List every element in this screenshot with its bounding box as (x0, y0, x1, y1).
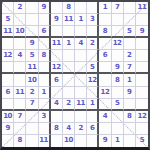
given-digit: 10 (28, 77, 37, 84)
cell-r4c3[interactable]: 9 (26, 38, 38, 50)
cell-r4c5[interactable]: 11 (51, 38, 63, 50)
given-digit: 9 (115, 64, 119, 71)
given-digit: 8 (41, 52, 45, 59)
given-digit: 10 (64, 137, 73, 144)
cell-r8c8[interactable] (87, 87, 99, 99)
cell-r8c1[interactable]: 6 (2, 87, 14, 99)
cell-r9c1[interactable] (2, 99, 14, 111)
cell-r3c4[interactable]: 6 (39, 26, 51, 38)
cell-r7c2[interactable] (14, 74, 26, 86)
given-digit: 1 (127, 77, 131, 84)
cell-r10c9[interactable]: 4 (99, 111, 111, 123)
cell-r2c7[interactable]: 1 (75, 14, 87, 26)
cell-r9c10[interactable]: 5 (112, 99, 124, 111)
cell-r5c8[interactable] (87, 50, 99, 62)
cell-r7c5[interactable]: 6 (51, 74, 63, 86)
given-digit: 9 (41, 4, 45, 11)
cell-r7c11[interactable]: 1 (124, 74, 136, 86)
cell-r12c1[interactable] (2, 135, 14, 147)
cell-r2c1[interactable]: 5 (2, 14, 14, 26)
given-digit: 1 (78, 16, 82, 23)
cell-r10c12[interactable]: 12 (136, 111, 148, 123)
cell-r12c5[interactable] (51, 135, 63, 147)
given-digit: 6 (103, 52, 107, 59)
cell-r6c7[interactable] (75, 62, 87, 74)
cell-r12c9[interactable]: 9 (99, 135, 111, 147)
cell-r11c5[interactable]: 8 (51, 123, 63, 135)
cell-r4c7[interactable]: 4 (75, 38, 87, 50)
cell-r9c9[interactable] (99, 99, 111, 111)
given-digit: 6 (41, 28, 45, 35)
given-digit: 2 (66, 100, 70, 107)
cell-r1c9[interactable]: 1 (99, 2, 111, 14)
given-digit: 12 (88, 77, 97, 84)
cell-r3c1[interactable]: 11 (2, 26, 14, 38)
cell-r3c8[interactable] (87, 26, 99, 38)
cell-r5c1[interactable]: 12 (2, 50, 14, 62)
given-digit: 5 (90, 64, 94, 71)
given-digit: 3 (41, 113, 45, 120)
cell-r8c10[interactable] (112, 87, 124, 99)
given-digit: 6 (54, 77, 58, 84)
cell-r10c11[interactable]: 8 (124, 111, 136, 123)
cell-r5c12[interactable] (136, 50, 148, 62)
given-digit: 5 (30, 52, 34, 59)
cell-r6c1[interactable] (2, 62, 14, 74)
given-digit: 9 (103, 137, 107, 144)
cell-r1c8[interactable] (87, 2, 99, 14)
cell-r10c8[interactable] (87, 111, 99, 123)
cell-r11c4[interactable] (39, 123, 51, 135)
cell-r11c9[interactable] (99, 123, 111, 135)
cell-r3c11[interactable]: 5 (124, 26, 136, 38)
cell-r10c6[interactable] (63, 111, 75, 123)
cell-r5c9[interactable]: 6 (99, 50, 111, 62)
given-digit: 11 (76, 100, 85, 107)
given-digit: 5 (115, 100, 119, 107)
cell-r11c6[interactable]: 4 (63, 123, 75, 135)
cell-r4c12[interactable] (136, 38, 148, 50)
given-digit: 4 (18, 52, 22, 59)
cell-r10c1[interactable]: 10 (2, 111, 14, 123)
cell-r1c2[interactable]: 2 (14, 2, 26, 14)
cell-r9c3[interactable]: 7 (26, 99, 38, 111)
cell-r6c11[interactable]: 7 (124, 62, 136, 74)
cell-r2c12[interactable] (136, 14, 148, 26)
cell-r11c11[interactable] (124, 123, 136, 135)
cell-r10c4[interactable]: 3 (39, 111, 51, 123)
cell-r1c4[interactable]: 9 (39, 2, 51, 14)
given-digit: 8 (18, 137, 22, 144)
given-digit: 4 (54, 100, 58, 107)
given-digit: 2 (90, 40, 94, 47)
given-digit: 9 (127, 89, 131, 96)
cell-r1c7[interactable] (75, 2, 87, 14)
given-digit: 12 (3, 52, 12, 59)
given-digit: 4 (66, 125, 70, 132)
cell-r3c3[interactable] (26, 26, 38, 38)
given-digit: 1 (41, 89, 45, 96)
cell-r4c2[interactable] (14, 38, 26, 50)
cell-r12c2[interactable]: 8 (14, 135, 26, 147)
given-digit: 10 (3, 113, 12, 120)
cell-r2c8[interactable]: 3 (87, 14, 99, 26)
cell-r5c7[interactable] (75, 50, 87, 62)
cell-r6c4[interactable] (39, 62, 51, 74)
cell-r3c6[interactable] (63, 26, 75, 38)
cell-r7c9[interactable] (99, 74, 111, 86)
cell-r1c6[interactable]: 8 (63, 2, 75, 14)
cell-r12c7[interactable] (75, 135, 87, 147)
cell-r2c10[interactable] (112, 14, 124, 26)
cell-r6c5[interactable]: 12 (51, 62, 63, 74)
cell-r3c5[interactable] (51, 26, 63, 38)
cell-r6c3[interactable]: 11 (26, 62, 38, 74)
given-digit: 8 (103, 28, 107, 35)
cell-r2c11[interactable] (124, 14, 136, 26)
cell-r10c2[interactable]: 7 (14, 111, 26, 123)
cell-r11c10[interactable] (112, 123, 124, 135)
given-digit: 9 (140, 28, 144, 35)
cell-r1c11[interactable] (124, 2, 136, 14)
cell-r8c7[interactable] (75, 87, 87, 99)
given-digit: 1 (103, 4, 107, 11)
cell-r7c7[interactable] (75, 74, 87, 86)
cell-r11c8[interactable]: 6 (87, 123, 99, 135)
sudoku-board: 2981711591113111068599111421212458621112… (0, 0, 150, 150)
cell-r2c5[interactable]: 9 (51, 14, 63, 26)
given-digit: 2 (18, 4, 22, 11)
cell-r12c11[interactable] (124, 135, 136, 147)
given-digit: 9 (54, 16, 58, 23)
given-digit: 12 (101, 89, 110, 96)
cell-r9c11[interactable] (124, 99, 136, 111)
cell-r9c6[interactable]: 2 (63, 99, 75, 111)
cell-r6c2[interactable] (14, 62, 26, 74)
cell-r2c3[interactable] (26, 14, 38, 26)
cell-r3c9[interactable]: 8 (99, 26, 111, 38)
cell-r10c10[interactable] (112, 111, 124, 123)
cell-r7c12[interactable] (136, 74, 148, 86)
given-digit: 4 (103, 113, 107, 120)
given-digit: 7 (127, 64, 131, 71)
cell-r6c6[interactable] (63, 62, 75, 74)
cell-r11c3[interactable] (26, 123, 38, 135)
given-digit: 8 (54, 125, 58, 132)
cell-r9c5[interactable]: 4 (51, 99, 63, 111)
given-digit: 8 (115, 77, 119, 84)
given-digit: 10 (15, 28, 24, 35)
given-digit: 9 (30, 40, 34, 47)
given-digit: 9 (5, 125, 9, 132)
given-digit: 11 (52, 40, 61, 47)
cell-r5c4[interactable]: 8 (39, 50, 51, 62)
given-digit: 12 (113, 40, 122, 47)
given-digit: 11 (3, 28, 12, 35)
given-digit: 6 (90, 125, 94, 132)
cell-r7c3[interactable]: 10 (26, 74, 38, 86)
cell-r10c3[interactable] (26, 111, 38, 123)
given-digit: 8 (127, 113, 131, 120)
cell-r8c5[interactable] (51, 87, 63, 99)
given-digit: 7 (115, 4, 119, 11)
cell-r3c10[interactable] (112, 26, 124, 38)
cell-r4c1[interactable] (2, 38, 14, 50)
cell-r6c9[interactable] (99, 62, 111, 74)
given-digit: 3 (90, 16, 94, 23)
cell-r12c6[interactable]: 10 (63, 135, 75, 147)
cell-r9c2[interactable] (14, 99, 26, 111)
cell-r4c4[interactable] (39, 38, 51, 50)
cell-r7c10[interactable]: 8 (112, 74, 124, 86)
cell-r8c3[interactable]: 2 (26, 87, 38, 99)
cell-r8c9[interactable]: 12 (99, 87, 111, 99)
cell-r5c5[interactable] (51, 50, 63, 62)
given-digit: 6 (5, 89, 9, 96)
given-digit: 5 (5, 16, 9, 23)
cell-r4c10[interactable]: 12 (112, 38, 124, 50)
cell-r1c1[interactable] (2, 2, 14, 14)
cell-r5c2[interactable]: 4 (14, 50, 26, 62)
given-digit: 2 (78, 125, 82, 132)
cell-r6c10[interactable]: 9 (112, 62, 124, 74)
cell-r2c4[interactable] (39, 14, 51, 26)
given-digit: 11 (138, 4, 147, 11)
cell-r2c9[interactable] (99, 14, 111, 26)
cell-r11c7[interactable]: 2 (75, 123, 87, 135)
cell-r4c6[interactable]: 1 (63, 38, 75, 50)
cell-r10c7[interactable] (75, 111, 87, 123)
cell-r4c8[interactable]: 2 (87, 38, 99, 50)
cell-r3c12[interactable]: 9 (136, 26, 148, 38)
cell-r9c8[interactable]: 1 (87, 99, 99, 111)
cell-r1c5[interactable] (51, 2, 63, 14)
given-digit: 11 (15, 89, 24, 96)
cell-r11c12[interactable] (136, 123, 148, 135)
cell-r7c4[interactable] (39, 74, 51, 86)
cell-r1c12[interactable]: 11 (136, 2, 148, 14)
cell-r3c2[interactable]: 10 (14, 26, 26, 38)
cell-r4c11[interactable] (124, 38, 136, 50)
given-digit: 12 (138, 113, 147, 120)
cell-r8c2[interactable]: 11 (14, 87, 26, 99)
cell-r12c4[interactable]: 11 (39, 135, 51, 147)
given-digit: 2 (127, 52, 131, 59)
cell-r4c9[interactable] (99, 38, 111, 50)
cell-r6c12[interactable] (136, 62, 148, 74)
given-digit: 4 (78, 40, 82, 47)
given-digit: 2 (30, 89, 34, 96)
given-digit: 11 (39, 137, 48, 144)
cell-r7c6[interactable] (63, 74, 75, 86)
cell-r7c8[interactable]: 12 (87, 74, 99, 86)
cell-r5c10[interactable] (112, 50, 124, 62)
given-digit: 11 (28, 64, 37, 71)
cell-r12c12[interactable]: 5 (136, 135, 148, 147)
cell-r9c12[interactable] (136, 99, 148, 111)
cell-r7c1[interactable] (2, 74, 14, 86)
cell-r9c7[interactable]: 11 (75, 99, 87, 111)
cell-r2c2[interactable] (14, 14, 26, 26)
sudoku-grid: 2981711591113111068599111421212458621112… (2, 2, 148, 147)
cell-r2c6[interactable]: 11 (63, 14, 75, 26)
cell-r8c12[interactable] (136, 87, 148, 99)
cell-r5c11[interactable]: 2 (124, 50, 136, 62)
given-digit: 5 (127, 28, 131, 35)
given-digit: 12 (52, 64, 61, 71)
cell-r9c4[interactable] (39, 99, 51, 111)
given-digit: 1 (66, 40, 70, 47)
cell-r11c2[interactable] (14, 123, 26, 135)
cell-r12c8[interactable] (87, 135, 99, 147)
cell-r11c1[interactable]: 9 (2, 123, 14, 135)
cell-r3c7[interactable] (75, 26, 87, 38)
given-digit: 7 (30, 100, 34, 107)
cell-r8c4[interactable]: 1 (39, 87, 51, 99)
given-digit: 11 (64, 16, 73, 23)
cell-r12c3[interactable] (26, 135, 38, 147)
given-digit: 1 (90, 100, 94, 107)
given-digit: 5 (140, 137, 144, 144)
given-digit: 7 (18, 113, 22, 120)
cell-r6c8[interactable]: 5 (87, 62, 99, 74)
cell-r12c10[interactable]: 1 (112, 135, 124, 147)
given-digit: 1 (115, 137, 119, 144)
cell-r8c6[interactable] (63, 87, 75, 99)
given-digit: 8 (66, 4, 70, 11)
cell-r1c3[interactable] (26, 2, 38, 14)
cell-r8c11[interactable]: 9 (124, 87, 136, 99)
cell-r5c6[interactable] (63, 50, 75, 62)
cell-r1c10[interactable]: 7 (112, 2, 124, 14)
cell-r10c5[interactable] (51, 111, 63, 123)
cell-r5c3[interactable]: 5 (26, 50, 38, 62)
